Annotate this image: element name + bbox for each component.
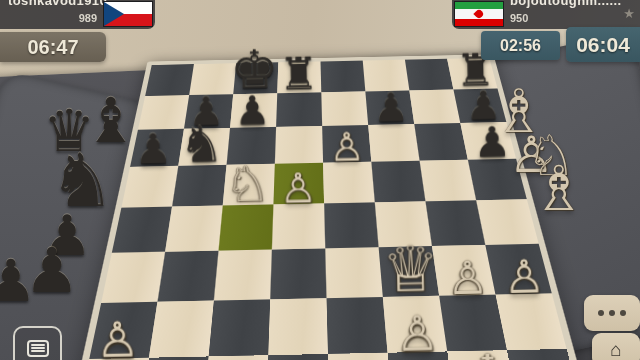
chat-button[interactable]: [13, 326, 62, 360]
game-screen: ♚♜♜♟♟♟♟♟♞♙♟♘♙♕♙♙♙♙♖♖♔ ♝♛♞♟♟♟♗♙♘♗ toshkav…: [0, 0, 640, 360]
square-a2[interactable]: ♙: [89, 302, 157, 359]
square-e6[interactable]: ♙: [322, 125, 371, 163]
dot-icon: [598, 310, 604, 316]
square-h4[interactable]: [476, 199, 539, 245]
clock-white: 06:47: [0, 32, 106, 62]
chat-lines-icon: [27, 340, 49, 357]
piece-wp-a2[interactable]: ♙: [56, 315, 180, 360]
square-c3[interactable]: [214, 249, 272, 300]
square-b4[interactable]: [165, 206, 223, 252]
captured-piece-bp: ♟: [0, 252, 37, 310]
square-d5[interactable]: ♙: [273, 163, 324, 205]
clock-black-move-timer: 02:56: [481, 31, 560, 60]
player-plate-right: bojoutoughm...... 950 ★: [452, 0, 640, 29]
flag-czech-republic-icon: [103, 1, 153, 27]
square-f7[interactable]: ♟: [365, 90, 414, 125]
square-c4[interactable]: [219, 204, 274, 250]
captured-piece-wb: ♗: [531, 158, 587, 220]
more-options-button[interactable]: [584, 295, 640, 331]
square-g5[interactable]: [420, 160, 477, 201]
flag-iran-icon: [454, 1, 504, 27]
home-button[interactable]: ⌂: [592, 333, 640, 360]
square-d1[interactable]: [266, 354, 329, 360]
square-h3[interactable]: ♙: [485, 244, 552, 295]
piece-wp-e6[interactable]: ♙: [297, 127, 397, 166]
player-rating-left: 989: [79, 12, 97, 24]
dot-icon: [609, 310, 615, 316]
square-f5[interactable]: [371, 161, 425, 203]
player-plate-left: toshkavod1910 989: [0, 0, 155, 29]
square-a4[interactable]: [112, 207, 172, 253]
square-c1[interactable]: [203, 355, 269, 360]
player-name-right: bojoutoughm......: [510, 0, 622, 8]
clock-black-main: 06:04: [566, 27, 640, 62]
square-f2[interactable]: ♙: [383, 296, 447, 353]
home-icon: ⌂: [610, 339, 621, 360]
piece-wp-d5[interactable]: ♙: [246, 167, 351, 208]
square-d3[interactable]: [270, 248, 326, 299]
player-rating-right: 950: [510, 12, 528, 24]
square-a3[interactable]: [101, 252, 165, 303]
piece-wp-h3[interactable]: ♙: [466, 253, 583, 299]
square-b3[interactable]: [157, 251, 218, 302]
player-name-left: toshkavod1910: [8, 0, 107, 8]
piece-bp-f7[interactable]: ♟: [343, 88, 438, 128]
square-g1[interactable]: ♔: [447, 350, 520, 360]
square-d4[interactable]: [272, 203, 325, 249]
star-icon: ★: [623, 6, 635, 21]
square-a8[interactable]: [145, 64, 194, 96]
dot-icon: [620, 310, 626, 316]
square-d2[interactable]: [268, 298, 328, 355]
square-a5[interactable]: [121, 166, 178, 208]
square-c2[interactable]: [209, 299, 271, 356]
